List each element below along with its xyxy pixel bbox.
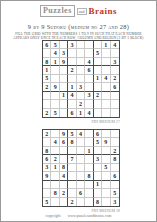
cell-r2c2: 4 — [51, 138, 59, 146]
cell-r1c9: 4 — [111, 41, 119, 49]
cell-r2c9[interactable] — [111, 138, 119, 146]
cell-r5c6[interactable] — [85, 75, 93, 83]
cell-r7c7: 2 — [94, 92, 102, 100]
cell-r6c4: 1 — [68, 83, 76, 91]
cell-r6c9: 6 — [111, 83, 119, 91]
cell-r6c1: 9 — [43, 172, 51, 180]
cell-r1c9[interactable] — [111, 130, 119, 138]
cell-r8c3: 2 — [60, 189, 68, 197]
cell-r6c6[interactable] — [85, 83, 93, 91]
cell-r2c5[interactable] — [77, 138, 85, 146]
cell-r9c6: 4 — [85, 109, 93, 117]
cell-r6c7[interactable] — [94, 172, 102, 180]
cell-r6c5: 3 — [77, 83, 85, 91]
cell-r9c2: 5 — [51, 109, 59, 117]
cell-r4c1: 1 — [43, 66, 51, 74]
cell-r1c2: 5 — [51, 41, 59, 49]
cell-r8c8[interactable] — [102, 100, 110, 108]
cell-r4c7[interactable] — [94, 66, 102, 74]
cell-r3c5[interactable] — [77, 147, 85, 155]
cell-r7c4: 4 — [68, 92, 76, 100]
cell-r8c3[interactable] — [60, 100, 68, 108]
cell-r4c7: 3 — [94, 155, 102, 163]
cell-r1c7: 6 — [94, 130, 102, 138]
cell-r4c6: 6 — [85, 66, 93, 74]
grid-28-caption: 9x9 medium 28 — [42, 209, 120, 213]
grid-27-caption: 9x9 medium 27 — [42, 120, 120, 124]
cell-r6c3[interactable] — [60, 83, 68, 91]
cell-r4c9[interactable] — [111, 66, 119, 74]
cell-r9c6[interactable] — [85, 198, 93, 206]
cell-r7c6: 3 — [85, 92, 93, 100]
cell-r8c1[interactable] — [43, 100, 51, 108]
cell-r7c3[interactable] — [60, 181, 68, 189]
cell-r1c5: 4 — [77, 130, 85, 138]
cell-r7c9[interactable] — [111, 181, 119, 189]
cell-r5c2: 1 — [51, 164, 59, 172]
cell-r7c1[interactable] — [43, 181, 51, 189]
cell-r3c6: 4 — [85, 58, 93, 66]
cell-r7c8[interactable] — [102, 181, 110, 189]
cell-r9c9 — [111, 109, 119, 117]
cell-r8c9: 5 — [111, 189, 119, 197]
cell-r6c9: 6 — [111, 172, 119, 180]
cell-r2c7: 5 — [94, 49, 102, 57]
cell-r9c8[interactable] — [102, 198, 110, 206]
cell-r7c1[interactable] — [43, 92, 51, 100]
cell-r2c1[interactable] — [43, 138, 51, 146]
cell-r5c7: 1 — [94, 75, 102, 83]
cell-r8c4[interactable] — [68, 189, 76, 197]
cell-r4c5[interactable] — [77, 155, 85, 163]
cell-r3c1: 8 — [43, 58, 51, 66]
cell-r8c1[interactable] — [43, 189, 51, 197]
cell-r4c6[interactable] — [85, 155, 93, 163]
cell-r4c9: 8 — [111, 155, 119, 163]
cell-r5c8: 4 — [102, 75, 110, 83]
cell-r1c4: 5 — [68, 130, 76, 138]
cell-r1c1: 2 — [43, 130, 51, 138]
cell-r4c2[interactable] — [51, 66, 59, 74]
cell-r1c2[interactable] — [51, 130, 59, 138]
cell-r7c2[interactable] — [51, 92, 59, 100]
cell-r6c8[interactable] — [102, 83, 110, 91]
cell-r7c5[interactable] — [77, 92, 85, 100]
cell-r1c4: 3 — [68, 41, 76, 49]
cell-r8c6[interactable] — [85, 100, 93, 108]
cell-r8c5: 6 — [77, 189, 85, 197]
cell-r2c2: 4 — [51, 49, 59, 57]
cell-r1c3: 9 — [60, 130, 68, 138]
cell-r6c5[interactable] — [77, 172, 85, 180]
cell-r2c1[interactable] — [43, 49, 51, 57]
cell-r2c4: 8 — [68, 138, 76, 146]
sudoku-grid-28: 29546468598126273831859486182655283 — [42, 129, 120, 207]
cell-r7c6[interactable] — [85, 181, 93, 189]
cell-r5c4[interactable] — [68, 164, 76, 172]
copyright-label: copyright — [45, 214, 60, 218]
cell-r1c7[interactable] — [94, 41, 102, 49]
cell-r9c7[interactable] — [94, 109, 102, 117]
cell-r8c7[interactable] — [94, 189, 102, 197]
cell-r2c4[interactable] — [68, 49, 76, 57]
cell-r4c4: 7 — [68, 155, 76, 163]
cell-r2c7: 5 — [94, 138, 102, 146]
cell-r8c6[interactable] — [85, 189, 93, 197]
cell-r4c3[interactable] — [60, 66, 68, 74]
cell-r6c2[interactable] — [51, 172, 59, 180]
cell-r2c5[interactable] — [77, 49, 85, 57]
cell-r8c2: 8 — [51, 189, 59, 197]
cell-r5c9[interactable] — [111, 164, 119, 172]
cell-r3c3: 9 — [60, 58, 68, 66]
cell-r1c8: 1 — [102, 41, 110, 49]
cell-r7c2[interactable] — [51, 181, 59, 189]
cell-r8c2[interactable] — [51, 100, 59, 108]
cell-r5c5[interactable] — [77, 164, 85, 172]
cell-r1c5[interactable] — [77, 41, 85, 49]
worksheet-page: Puzzles and Brains 9 by 9 Sudoku (medium… — [0, 0, 157, 222]
cell-r7c4[interactable] — [68, 181, 76, 189]
footer: copyright www.puzzlesandbrains.com — [1, 214, 156, 218]
cell-r8c5: 2 — [77, 100, 85, 108]
cell-r3c5[interactable] — [77, 58, 85, 66]
cell-r9c5[interactable] — [77, 198, 85, 206]
cell-r8c4[interactable] — [68, 100, 76, 108]
cell-r4c5[interactable] — [77, 66, 85, 74]
cell-r3c1: 8 — [43, 147, 51, 155]
cell-r8c7[interactable] — [94, 100, 102, 108]
cell-r5c8: 5 — [102, 164, 110, 172]
cell-r3c2[interactable] — [51, 147, 59, 155]
cell-r2c3: 3 — [60, 49, 68, 57]
cell-r1c8[interactable] — [102, 130, 110, 138]
cell-r6c3: 4 — [60, 172, 68, 180]
cell-r3c9: 2 — [111, 147, 119, 155]
cell-r2c9[interactable] — [111, 49, 119, 57]
cell-r2c3: 6 — [60, 138, 68, 146]
cell-r6c1: 2 — [43, 83, 51, 91]
cell-r2c6[interactable] — [85, 49, 93, 57]
cell-r3c3[interactable] — [60, 147, 68, 155]
cell-r9c9: 3 — [111, 198, 119, 206]
cell-r8c9[interactable] — [111, 100, 119, 108]
cell-r5c5[interactable] — [77, 75, 85, 83]
cell-r9c3[interactable] — [60, 198, 68, 206]
cell-r5c1: 5 — [43, 75, 51, 83]
logo-word-and: and — [77, 8, 87, 15]
cell-r9c4: 2 — [68, 198, 76, 206]
cell-r9c7: 8 — [94, 198, 102, 206]
cell-r5c9: 2 — [111, 75, 119, 83]
cell-r1c6[interactable] — [85, 130, 93, 138]
cell-r2c8[interactable] — [102, 49, 110, 57]
cell-r4c1: 6 — [43, 155, 51, 163]
logo-word-brains: Brains — [89, 6, 118, 16]
cell-r8c8[interactable] — [102, 189, 110, 197]
cell-r1c1: 6 — [43, 41, 51, 49]
cell-r4c8[interactable] — [102, 155, 110, 163]
cell-r6c7[interactable] — [94, 83, 102, 91]
cell-r4c8[interactable] — [102, 66, 110, 74]
logo-word-puzzles: Puzzles — [40, 5, 75, 17]
cell-r2c6[interactable] — [85, 138, 93, 146]
cell-r4c2: 2 — [51, 155, 59, 163]
cell-r1c6[interactable] — [85, 41, 93, 49]
cell-r2c8: 9 — [102, 138, 110, 146]
cell-r7c7: 1 — [94, 181, 102, 189]
cell-r9c1: 5 — [43, 198, 51, 206]
cell-r6c2: 9 — [51, 83, 59, 91]
page-title: 9 by 9 Sudoku (medium no 27 and 28) — [1, 23, 156, 30]
cell-r3c9: 3 — [111, 58, 119, 66]
cell-r9c5: 1 — [77, 109, 85, 117]
cell-r1c3[interactable] — [60, 41, 68, 49]
cell-r9c8[interactable] — [102, 109, 110, 117]
cell-r9c3[interactable] — [60, 109, 68, 117]
cell-r3c2: 1 — [51, 58, 59, 66]
cell-r9c1: 2 — [43, 109, 51, 117]
cell-r4c3[interactable] — [60, 155, 68, 163]
cell-r9c2[interactable] — [51, 198, 59, 206]
cell-r5c1: 3 — [43, 164, 51, 172]
cell-r3c7[interactable] — [94, 147, 102, 155]
cell-r7c8[interactable] — [102, 92, 110, 100]
cell-r6c8[interactable] — [102, 172, 110, 180]
cell-r6c6: 8 — [85, 172, 93, 180]
cell-r3c4[interactable] — [68, 58, 76, 66]
sudoku-grid-27: 65314435819431265142291361432225614 — [42, 40, 120, 118]
website-link[interactable]: www.puzzlesandbrains.com — [68, 214, 112, 218]
cell-r5c3: 8 — [60, 164, 68, 172]
cell-r6c4[interactable] — [68, 172, 76, 180]
cell-r5c7[interactable] — [94, 164, 102, 172]
cell-r5c2[interactable] — [51, 75, 59, 83]
cell-r3c7[interactable] — [94, 58, 102, 66]
cell-r3c8[interactable] — [102, 58, 110, 66]
cell-r3c6: 1 — [85, 147, 93, 155]
cell-r7c9[interactable] — [111, 92, 119, 100]
site-logo: Puzzles and Brains — [1, 5, 156, 17]
cell-r7c5[interactable] — [77, 181, 85, 189]
cell-r7c3: 1 — [60, 92, 68, 100]
cell-r5c3[interactable] — [60, 75, 68, 83]
cell-r5c4[interactable] — [68, 75, 76, 83]
cell-r3c8[interactable] — [102, 147, 110, 155]
cell-r5c6[interactable] — [85, 164, 93, 172]
cell-r4c4: 2 — [68, 66, 76, 74]
cell-r9c4: 6 — [68, 109, 76, 117]
cell-r3c4[interactable] — [68, 147, 76, 155]
